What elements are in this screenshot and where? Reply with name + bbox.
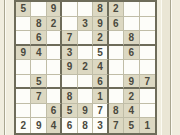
cell-r5c8[interactable] [124, 60, 139, 75]
cell-r9c8[interactable]: 5 [124, 118, 139, 133]
cell-r4c9[interactable] [140, 46, 155, 61]
cell-r8c6[interactable]: 7 [93, 104, 108, 119]
cell-r4c4[interactable]: 3 [62, 46, 77, 61]
sudoku-board: 5982823966728943569245697781265978429468… [14, 0, 157, 135]
cell-r6c9[interactable]: 7 [140, 75, 155, 90]
cell-r4c2[interactable]: 4 [31, 46, 46, 61]
cell-r4c3[interactable] [47, 46, 62, 61]
cell-r2c6[interactable]: 9 [93, 17, 108, 32]
cell-r7c2[interactable]: 7 [31, 89, 46, 104]
cell-r8c3[interactable]: 6 [47, 104, 62, 119]
cell-r4c6[interactable]: 5 [93, 46, 108, 61]
cell-r4c8[interactable]: 6 [124, 46, 139, 61]
cell-r8c1[interactable] [16, 104, 31, 119]
cell-r4c5[interactable] [78, 46, 93, 61]
cell-r2c4[interactable] [62, 17, 77, 32]
cell-r7c6[interactable]: 1 [93, 89, 108, 104]
cell-r5c6[interactable]: 4 [93, 60, 108, 75]
cell-r5c2[interactable] [31, 60, 46, 75]
cell-r9c2[interactable]: 9 [31, 118, 46, 133]
cell-r3c7[interactable] [109, 31, 124, 46]
cell-r8c8[interactable]: 4 [124, 104, 139, 119]
left-panel-groove-highlight [5, 0, 6, 135]
cell-r7c1[interactable] [16, 89, 31, 104]
cell-r3c8[interactable]: 8 [124, 31, 139, 46]
cell-r3c2[interactable]: 6 [31, 31, 46, 46]
cell-r9c6[interactable]: 3 [93, 118, 108, 133]
cell-r5c3[interactable] [47, 60, 62, 75]
cell-r2c9[interactable] [140, 17, 155, 32]
cell-r6c6[interactable]: 6 [93, 75, 108, 90]
cell-r3c3[interactable] [47, 31, 62, 46]
cell-r2c2[interactable]: 8 [31, 17, 46, 32]
cell-r6c4[interactable] [62, 75, 77, 90]
cell-r2c3[interactable]: 2 [47, 17, 62, 32]
cell-r3c4[interactable]: 7 [62, 31, 77, 46]
cell-r1c4[interactable] [62, 2, 77, 17]
cell-r3c5[interactable] [78, 31, 93, 46]
sudoku-game-screen: 5982823966728943569245697781265978429468… [0, 0, 180, 135]
cell-r1c1[interactable]: 5 [16, 2, 31, 17]
cell-r5c5[interactable]: 2 [78, 60, 93, 75]
cell-r6c2[interactable]: 5 [31, 75, 46, 90]
cell-r5c9[interactable] [140, 60, 155, 75]
cell-r6c5[interactable] [78, 75, 93, 90]
cell-r2c8[interactable] [124, 17, 139, 32]
right-panel-strip [162, 0, 170, 135]
cell-r8c5[interactable]: 9 [78, 104, 93, 119]
cell-r4c7[interactable] [109, 46, 124, 61]
cell-r2c1[interactable] [16, 17, 31, 32]
cell-r9c1[interactable]: 2 [16, 118, 31, 133]
cell-r9c5[interactable]: 8 [78, 118, 93, 133]
cell-r1c7[interactable]: 2 [109, 2, 124, 17]
cell-r7c9[interactable] [140, 89, 155, 104]
cell-r3c6[interactable]: 2 [93, 31, 108, 46]
cell-r5c4[interactable]: 9 [62, 60, 77, 75]
cell-r5c1[interactable] [16, 60, 31, 75]
cell-r7c8[interactable]: 2 [124, 89, 139, 104]
cell-r3c9[interactable] [140, 31, 155, 46]
cell-r5c7[interactable] [109, 60, 124, 75]
cell-r7c5[interactable] [78, 89, 93, 104]
cell-r4c1[interactable]: 9 [16, 46, 31, 61]
cell-r9c3[interactable]: 4 [47, 118, 62, 133]
cell-r8c2[interactable] [31, 104, 46, 119]
cell-r8c7[interactable]: 8 [109, 104, 124, 119]
cell-r8c4[interactable]: 5 [62, 104, 77, 119]
cell-r9c7[interactable]: 7 [109, 118, 124, 133]
cell-r9c4[interactable]: 6 [62, 118, 77, 133]
right-panel-edge-highlight [171, 0, 172, 135]
cell-r9c9[interactable]: 1 [140, 118, 155, 133]
cell-r6c1[interactable] [16, 75, 31, 90]
cell-r1c9[interactable] [140, 2, 155, 17]
cell-r1c2[interactable] [31, 2, 46, 17]
cell-r2c5[interactable]: 3 [78, 17, 93, 32]
cell-r3c1[interactable] [16, 31, 31, 46]
cell-r7c7[interactable] [109, 89, 124, 104]
cell-r6c7[interactable] [109, 75, 124, 90]
cell-r1c3[interactable]: 9 [47, 2, 62, 17]
cell-r6c8[interactable]: 9 [124, 75, 139, 90]
cell-r1c5[interactable] [78, 2, 93, 17]
cell-r2c7[interactable]: 6 [109, 17, 124, 32]
cell-r7c4[interactable]: 8 [62, 89, 77, 104]
cell-r1c6[interactable]: 8 [93, 2, 108, 17]
cell-r8c9[interactable] [140, 104, 155, 119]
cell-r6c3[interactable] [47, 75, 62, 90]
cell-r1c8[interactable] [124, 2, 139, 17]
cell-r7c3[interactable] [47, 89, 62, 104]
